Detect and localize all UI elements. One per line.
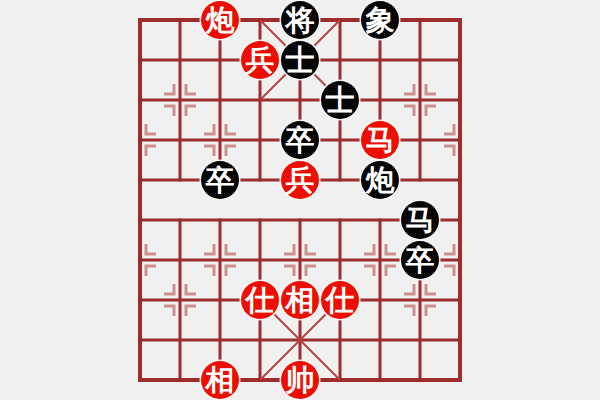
piece-black-pawn[interactable]: 卒: [201, 161, 239, 199]
piece-black-advisor[interactable]: 士: [321, 81, 359, 119]
piece-black-horse[interactable]: 马: [401, 201, 439, 239]
piece-red-advisor[interactable]: 仕: [321, 281, 359, 319]
piece-red-pawn[interactable]: 兵: [241, 41, 279, 79]
piece-red-advisor[interactable]: 仕: [241, 281, 279, 319]
piece-black-general[interactable]: 将: [281, 1, 319, 39]
piece-black-pawn[interactable]: 卒: [281, 121, 319, 159]
piece-red-elephant[interactable]: 相: [201, 361, 239, 399]
piece-black-advisor[interactable]: 士: [281, 41, 319, 79]
piece-red-pawn[interactable]: 兵: [281, 161, 319, 199]
xiangqi-board[interactable]: 炮将象兵士士卒马卒兵炮马卒仕相仕相帅: [0, 0, 600, 400]
piece-red-cannon[interactable]: 炮: [201, 1, 239, 39]
piece-red-horse[interactable]: 马: [361, 121, 399, 159]
piece-black-elephant[interactable]: 象: [361, 1, 399, 39]
piece-black-cannon[interactable]: 炮: [361, 161, 399, 199]
piece-red-elephant[interactable]: 相: [281, 281, 319, 319]
piece-red-general[interactable]: 帅: [281, 361, 319, 399]
xiangqi-app: 炮将象兵士士卒马卒兵炮马卒仕相仕相帅: [0, 0, 600, 400]
pieces-layer: 炮将象兵士士卒马卒兵炮马卒仕相仕相帅: [0, 0, 600, 400]
piece-black-pawn[interactable]: 卒: [401, 241, 439, 279]
